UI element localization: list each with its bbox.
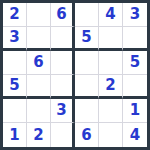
cell-r5c5[interactable] — [99, 99, 123, 123]
cell-r5c3[interactable]: 3 — [51, 99, 75, 123]
cell-r3c1[interactable] — [3, 51, 27, 75]
cell-r4c1[interactable]: 5 — [3, 75, 27, 99]
cell-r3c5[interactable] — [99, 51, 123, 75]
cell-r3c2[interactable]: 6 — [27, 51, 51, 75]
cell-r3c6[interactable]: 5 — [123, 51, 147, 75]
cell-r6c5[interactable] — [99, 123, 123, 147]
cell-r2c5[interactable] — [99, 27, 123, 51]
cell-r4c3[interactable] — [51, 75, 75, 99]
cell-r5c1[interactable] — [3, 99, 27, 123]
cell-r3c3[interactable] — [51, 51, 75, 75]
cell-r1c4[interactable] — [75, 3, 99, 27]
cell-r1c1[interactable]: 2 — [3, 3, 27, 27]
cell-r6c3[interactable] — [51, 123, 75, 147]
cell-r4c4[interactable] — [75, 75, 99, 99]
cell-r6c1[interactable]: 1 — [3, 123, 27, 147]
cell-r1c2[interactable] — [27, 3, 51, 27]
cell-r2c6[interactable] — [123, 27, 147, 51]
cell-r4c6[interactable] — [123, 75, 147, 99]
cell-r5c4[interactable] — [75, 99, 99, 123]
cell-r2c2[interactable] — [27, 27, 51, 51]
cell-r5c6[interactable]: 1 — [123, 99, 147, 123]
cell-r2c3[interactable] — [51, 27, 75, 51]
cell-r2c1[interactable]: 3 — [3, 27, 27, 51]
cell-r1c5[interactable]: 4 — [99, 3, 123, 27]
cell-r5c2[interactable] — [27, 99, 51, 123]
cell-r6c4[interactable]: 6 — [75, 123, 99, 147]
cell-r1c6[interactable]: 3 — [123, 3, 147, 27]
cell-r6c2[interactable]: 2 — [27, 123, 51, 147]
cell-r3c4[interactable] — [75, 51, 99, 75]
cell-r4c5[interactable]: 2 — [99, 75, 123, 99]
cell-r4c2[interactable] — [27, 75, 51, 99]
sudoku-board: 2643356552311264 — [0, 0, 150, 150]
cell-r6c6[interactable]: 4 — [123, 123, 147, 147]
cell-r1c3[interactable]: 6 — [51, 3, 75, 27]
cell-r2c4[interactable]: 5 — [75, 27, 99, 51]
